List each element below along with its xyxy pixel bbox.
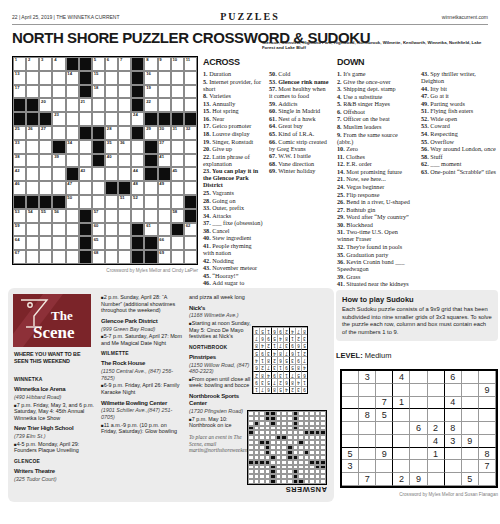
crossword-cell[interactable] <box>184 71 197 85</box>
crossword-cell[interactable] <box>184 140 197 154</box>
crossword-cell[interactable]: 7 <box>118 57 131 71</box>
crossword-cell[interactable] <box>92 195 105 209</box>
crossword-cell[interactable] <box>158 223 171 237</box>
crossword-cell[interactable] <box>39 85 52 99</box>
crossword-cell[interactable]: 31 <box>171 126 184 140</box>
crossword-cell[interactable]: 43 <box>79 167 92 181</box>
sudoku-cell[interactable] <box>428 397 445 410</box>
crossword-cell <box>298 416 304 421</box>
crossword-cell[interactable] <box>118 98 131 112</box>
crossword-cell[interactable] <box>131 140 144 154</box>
crossword-cell[interactable] <box>92 98 105 112</box>
crossword-cell[interactable] <box>105 98 118 112</box>
crossword-cell[interactable] <box>66 126 79 140</box>
sudoku-cell[interactable] <box>462 422 479 435</box>
sudoku-cell: 8 <box>295 364 301 371</box>
crossword-cell[interactable]: 4 <box>52 57 65 71</box>
crossword-cell[interactable] <box>52 98 65 112</box>
crossword-cell[interactable] <box>158 209 171 223</box>
crossword-cell[interactable]: 39 <box>52 154 65 168</box>
crossword-cell[interactable] <box>92 167 105 181</box>
crossword-cell[interactable] <box>26 71 39 85</box>
crossword-cell <box>270 450 276 455</box>
crossword-cell[interactable]: 66 <box>158 236 171 250</box>
crossword-cell[interactable] <box>131 209 144 223</box>
crossword-cell[interactable] <box>131 154 144 168</box>
crossword-cell[interactable] <box>184 181 197 195</box>
crossword-cell[interactable] <box>79 154 92 168</box>
crossword-cell[interactable] <box>26 85 39 99</box>
sudoku-cell[interactable]: 2 <box>393 473 410 486</box>
crossword-cell[interactable]: 57 <box>92 209 105 223</box>
crossword-cell[interactable]: 40 <box>105 154 118 168</box>
crossword-cell[interactable]: 38 <box>13 154 26 168</box>
crossword-cell[interactable]: 59 <box>13 223 26 237</box>
crossword-cell <box>281 460 287 465</box>
crossword-cell[interactable]: 54 <box>26 209 39 223</box>
sudoku-cell[interactable] <box>410 460 427 473</box>
crossword-cell[interactable] <box>171 154 184 168</box>
scene-event: 7 p.m. May 10: Northbrook on ice <box>189 416 255 429</box>
crossword-cell[interactable]: 24 <box>131 112 144 126</box>
sudoku-cell[interactable] <box>376 384 393 397</box>
crossword-cell[interactable]: 3 <box>39 57 52 71</box>
crossword-cell[interactable]: 41 <box>158 154 171 168</box>
crossword-cell <box>320 411 326 416</box>
sudoku-cell[interactable]: 7 <box>376 397 393 410</box>
crossword-cell[interactable] <box>171 195 184 209</box>
crossword-cell[interactable] <box>118 71 131 85</box>
crossword-cell[interactable] <box>26 181 39 195</box>
crossword-cell[interactable] <box>26 236 39 250</box>
crossword-cell[interactable] <box>171 236 184 250</box>
crossword-cell[interactable] <box>171 98 184 112</box>
crossword-cell[interactable] <box>52 181 65 195</box>
crossword-cell[interactable] <box>184 98 197 112</box>
crossword-cell[interactable]: 16 <box>144 71 157 85</box>
crossword-cell[interactable] <box>171 250 184 264</box>
crossword-cell <box>315 435 321 440</box>
sudoku-cell[interactable] <box>359 435 376 448</box>
clue-item: 1. It's game <box>337 70 413 77</box>
crossword-cell[interactable] <box>118 112 131 126</box>
crossword-cell[interactable] <box>105 85 118 99</box>
crossword-block <box>276 435 282 440</box>
sudoku-cell[interactable] <box>410 435 427 448</box>
sudoku-cell[interactable]: 7 <box>359 473 376 486</box>
clue-number: 3 <box>41 58 43 62</box>
crossword-cell[interactable]: 46 <box>13 181 26 195</box>
sudoku-cell[interactable]: 3 <box>342 460 359 473</box>
crossword-block <box>281 435 287 440</box>
scene-venue: Nick's <box>189 305 255 312</box>
crossword-cell[interactable]: 60 <box>92 223 105 237</box>
clue-item: 50. Cold <box>269 70 329 77</box>
crossword-cell[interactable] <box>92 112 105 126</box>
sudoku-cell[interactable] <box>410 409 427 422</box>
crossword-cell[interactable]: 65 <box>92 236 105 250</box>
sudoku-cell[interactable]: 5 <box>462 473 479 486</box>
sudoku-cell[interactable] <box>445 473 462 486</box>
crossword-cell[interactable] <box>118 236 131 250</box>
crossword-cell[interactable] <box>66 112 79 126</box>
sudoku-cell[interactable]: 9 <box>410 473 427 486</box>
sudoku-cell[interactable] <box>479 409 496 422</box>
crossword-block <box>131 223 144 237</box>
sudoku-cell[interactable]: 9 <box>376 448 393 461</box>
crossword-cell[interactable]: 64 <box>13 236 26 250</box>
sudoku-cell[interactable]: 4 <box>428 435 445 448</box>
sudoku-cell[interactable] <box>428 473 445 486</box>
crossword-cell[interactable]: 5 <box>92 57 105 71</box>
crossword-cell[interactable]: 68 <box>92 250 105 264</box>
crossword-cell <box>320 474 326 479</box>
crossword-cell <box>265 469 271 474</box>
crossword-cell <box>248 479 254 484</box>
crossword-cell[interactable] <box>171 71 184 85</box>
crossword-cell[interactable] <box>79 112 92 126</box>
crossword-cell[interactable] <box>105 112 118 126</box>
sudoku-cell[interactable]: 8 <box>479 448 496 461</box>
sudoku-cell[interactable]: 6 <box>410 422 427 435</box>
crossword-cell[interactable] <box>39 223 52 237</box>
sudoku-cell[interactable]: 3 <box>445 435 462 448</box>
sudoku-cell[interactable] <box>428 460 445 473</box>
crossword-cell <box>281 469 287 474</box>
sudoku-cell[interactable] <box>359 460 376 473</box>
clue-number: 52 <box>133 196 138 200</box>
crossword-cell[interactable] <box>26 167 39 181</box>
crossword-cell[interactable]: 23 <box>52 112 65 126</box>
sudoku-cell[interactable] <box>342 409 359 422</box>
scene-venue: The Rock House <box>101 360 183 367</box>
crossword-cell[interactable] <box>105 209 118 223</box>
sudoku-cell[interactable] <box>445 448 462 461</box>
sudoku-cell: 8 <box>301 327 307 334</box>
crossword-cell[interactable] <box>118 126 131 140</box>
sudoku-cell[interactable]: 4 <box>393 371 410 384</box>
crossword-cell[interactable]: 58 <box>171 209 184 223</box>
crossword-cell[interactable]: 13 <box>13 71 26 85</box>
sudoku-cell[interactable]: 8 <box>445 422 462 435</box>
crossword-cell[interactable] <box>66 85 79 99</box>
crossword-cell[interactable] <box>105 71 118 85</box>
crossword-cell[interactable] <box>79 195 92 209</box>
sudoku-cell[interactable]: 8 <box>359 409 376 422</box>
crossword-cell[interactable] <box>66 154 79 168</box>
sudoku-cell[interactable] <box>393 448 410 461</box>
crossword-cell[interactable] <box>26 154 39 168</box>
crossword-cell[interactable] <box>39 71 52 85</box>
clue-item: 53. Glencoe rink name <box>269 78 329 85</box>
crossword-cell[interactable]: 9 <box>158 57 171 71</box>
crossword-cell[interactable] <box>158 195 171 209</box>
sudoku-cell[interactable] <box>359 448 376 461</box>
sudoku-cell[interactable] <box>445 409 462 422</box>
crossword-cell[interactable] <box>184 154 197 168</box>
crossword-cell[interactable] <box>79 140 92 154</box>
crossword-cell[interactable]: 14 <box>66 71 79 85</box>
sudoku-cell[interactable] <box>393 460 410 473</box>
crossword-block <box>309 460 315 465</box>
crossword-cell[interactable] <box>118 85 131 99</box>
sudoku-cell[interactable] <box>462 397 479 410</box>
crossword-cell[interactable]: 29 <box>144 126 157 140</box>
crossword-cell <box>320 440 326 445</box>
crossword-cell[interactable]: 33 <box>13 140 26 154</box>
crossword-cell[interactable]: 35 <box>105 140 118 154</box>
title-main: NORTH SHORE PUZZLER CROSSWORD <box>12 29 290 46</box>
sudoku-cell[interactable] <box>479 397 496 410</box>
sudoku-cell[interactable] <box>342 435 359 448</box>
crossword-cell[interactable]: 18 <box>92 85 105 99</box>
crossword-cell[interactable] <box>92 181 105 195</box>
crossword-cell[interactable] <box>144 209 157 223</box>
crossword-cell[interactable]: 69 <box>158 250 171 264</box>
crossword-cell[interactable]: 32 <box>184 126 197 140</box>
sudoku-cell[interactable] <box>410 384 427 397</box>
clue-number: 14 <box>67 72 72 76</box>
crossword-cell[interactable]: 17 <box>13 85 26 99</box>
crossword-cell[interactable]: 6 <box>105 57 118 71</box>
sudoku-cell[interactable] <box>376 473 393 486</box>
sudoku-cell[interactable] <box>393 422 410 435</box>
crossword-cell[interactable] <box>39 250 52 264</box>
clue-item: 27. Bathtub gin <box>337 206 413 213</box>
crossword-cell[interactable] <box>118 209 131 223</box>
crossword-cell[interactable] <box>39 140 52 154</box>
sudoku-cell[interactable] <box>342 422 359 435</box>
crossword-cell[interactable] <box>105 236 118 250</box>
crossword-cell[interactable]: 26 <box>26 126 39 140</box>
crossword-cell[interactable]: 48 <box>131 181 144 195</box>
sudoku-cell[interactable] <box>462 460 479 473</box>
scene-event: 5-7 p.m. Saturday, April 27: Mom and Me … <box>101 333 183 346</box>
crossword-cell[interactable]: 49 <box>158 181 171 195</box>
sudoku-cell[interactable] <box>410 371 427 384</box>
crossword-cell[interactable] <box>79 181 92 195</box>
crossword-cell[interactable] <box>118 154 131 168</box>
crossword-cell[interactable]: 50 <box>66 195 79 209</box>
sudoku-cell[interactable] <box>428 409 445 422</box>
crossword-cell <box>254 440 260 445</box>
sudoku-cell[interactable] <box>359 397 376 410</box>
crossword-cell[interactable]: 1 <box>13 57 26 71</box>
clue-item: 65. Kind of I.R.A. <box>269 130 329 137</box>
crossword-cell[interactable]: 30 <box>158 126 171 140</box>
crossword-cell[interactable] <box>66 209 79 223</box>
crossword-cell[interactable]: 15 <box>92 71 105 85</box>
crossword-cell[interactable]: 34 <box>66 140 79 154</box>
crossword-cell[interactable]: 19 <box>144 85 157 99</box>
clue-item: 19. Singer, Ronstadt <box>203 138 263 145</box>
crossword-cell[interactable] <box>52 236 65 250</box>
crossword-cell[interactable] <box>171 140 184 154</box>
sudoku-cell[interactable] <box>393 409 410 422</box>
crossword-cell[interactable] <box>118 250 131 264</box>
crossword-cell[interactable] <box>39 154 52 168</box>
crossword-grid[interactable]: 1234567891011131415161718192021222324252… <box>12 56 198 265</box>
sudoku-cell[interactable] <box>479 473 496 486</box>
crossword-cell[interactable] <box>26 140 39 154</box>
crossword-cell[interactable] <box>171 181 184 195</box>
crossword-cell[interactable] <box>52 85 65 99</box>
crossword-cell[interactable]: 8 <box>144 57 157 71</box>
crossword-cell <box>281 440 287 445</box>
crossword-cell[interactable]: 52 <box>131 195 144 209</box>
crossword-cell[interactable]: 27 <box>39 126 52 140</box>
crossword-cell[interactable] <box>66 250 79 264</box>
crossword-cell[interactable] <box>184 85 197 99</box>
sudoku-cell[interactable] <box>393 384 410 397</box>
sudoku-cell[interactable] <box>359 422 376 435</box>
crossword-cell[interactable]: 37 <box>158 140 171 154</box>
sudoku-cell[interactable] <box>462 409 479 422</box>
sudoku-cell[interactable] <box>342 473 359 486</box>
crossword-cell[interactable]: 25 <box>13 126 26 140</box>
crossword-cell[interactable] <box>39 181 52 195</box>
crossword-cell[interactable] <box>144 195 157 209</box>
sudoku-cell[interactable] <box>410 448 427 461</box>
crossword-cell[interactable] <box>26 250 39 264</box>
sudoku-cell[interactable]: 2 <box>428 422 445 435</box>
sudoku-cell[interactable] <box>393 435 410 448</box>
scene-column-2: 2 p.m. Sunday, April 28: “A Number” (add… <box>101 294 183 437</box>
crossword-cell[interactable]: 21 <box>79 98 92 112</box>
sudoku-cell[interactable] <box>479 422 496 435</box>
crossword-cell[interactable]: 28 <box>105 126 118 140</box>
sudoku-cell[interactable]: 1 <box>393 397 410 410</box>
crossword-cell <box>298 455 304 460</box>
crossword-cell[interactable] <box>184 250 197 264</box>
sudoku-cell[interactable]: 9 <box>462 435 479 448</box>
sudoku-cell[interactable] <box>428 371 445 384</box>
sudoku-cell[interactable]: 5 <box>342 448 359 461</box>
crossword-cell[interactable] <box>171 85 184 99</box>
crossword-cell[interactable] <box>52 250 65 264</box>
sudoku-cell[interactable] <box>376 435 393 448</box>
crossword-cell[interactable]: 56 <box>52 209 65 223</box>
sudoku-grid[interactable]: 3469714856284395918377295 <box>340 369 498 488</box>
crossword-cell[interactable]: 10 <box>171 57 184 71</box>
crossword-cell[interactable]: 20 <box>39 98 52 112</box>
crossword-cell <box>281 411 287 416</box>
sudoku-cell[interactable] <box>479 435 496 448</box>
sudoku-cell[interactable] <box>445 460 462 473</box>
crossword-cell[interactable]: 55 <box>39 209 52 223</box>
sudoku-cell[interactable]: 4 <box>445 397 462 410</box>
crossword-cell[interactable] <box>144 181 157 195</box>
sudoku-cell[interactable] <box>342 371 359 384</box>
site-url[interactable]: winnetkacurrent.com <box>442 14 488 20</box>
crossword-cell[interactable] <box>52 126 65 140</box>
crossword-cell <box>259 416 265 421</box>
sudoku-cell[interactable] <box>462 371 479 384</box>
crossword-block <box>293 455 299 460</box>
clue-number: 10 <box>173 58 178 62</box>
crossword-cell[interactable] <box>105 195 118 209</box>
crossword-cell[interactable]: 22 <box>144 98 157 112</box>
crossword-cell[interactable] <box>52 167 65 181</box>
sudoku-cell[interactable] <box>376 460 393 473</box>
crossword-cell[interactable] <box>105 167 118 181</box>
crossword-cell[interactable]: 67 <box>13 250 26 264</box>
crossword-cell[interactable]: 42 <box>13 167 26 181</box>
crossword-cell[interactable]: 51 <box>118 195 131 209</box>
crossword-cell <box>309 469 315 474</box>
crossword-cell <box>298 435 304 440</box>
sudoku-cell[interactable] <box>462 384 479 397</box>
crossword-cell <box>270 430 276 435</box>
crossword-cell[interactable]: 11 <box>184 57 197 71</box>
sudoku-cell[interactable] <box>428 384 445 397</box>
clue-item: 24. Vegas beginner <box>337 183 413 190</box>
crossword-cell[interactable] <box>105 223 118 237</box>
sudoku-cell[interactable]: 7 <box>479 460 496 473</box>
sudoku-cell[interactable] <box>479 371 496 384</box>
crossword-cell <box>320 416 326 421</box>
crossword-cell[interactable] <box>184 236 197 250</box>
sudoku-cell[interactable] <box>342 397 359 410</box>
crossword-cell[interactable] <box>39 236 52 250</box>
sudoku-cell[interactable] <box>359 384 376 397</box>
sudoku-cell[interactable] <box>342 384 359 397</box>
crossword-cell[interactable]: 61 <box>144 223 157 237</box>
crossword-cell[interactable] <box>105 250 118 264</box>
crossword-cell <box>287 479 293 484</box>
sudoku-cell[interactable] <box>445 384 462 397</box>
crossword-cell[interactable]: 45 <box>171 167 184 181</box>
sudoku-cell[interactable] <box>376 371 393 384</box>
crossword-cell[interactable] <box>66 236 79 250</box>
crossword-cell[interactable] <box>118 167 131 181</box>
crossword-block <box>248 426 254 431</box>
crossword-cell[interactable]: 44 <box>131 167 144 181</box>
crossword-cell <box>298 465 304 470</box>
clue-item: 23. You can play it in the Glencoe Park … <box>203 167 263 188</box>
crossword-cell[interactable]: 47 <box>66 181 79 195</box>
crossword-cell[interactable] <box>118 223 131 237</box>
crossword-cell <box>281 465 287 470</box>
sudoku-cell[interactable]: 5 <box>376 409 393 422</box>
crossword-cell[interactable]: 53 <box>13 209 26 223</box>
crossword-cell[interactable]: 62 <box>184 223 197 237</box>
sudoku-cell[interactable] <box>376 422 393 435</box>
crossword-cell[interactable]: 2 <box>26 57 39 71</box>
crossword-cell[interactable] <box>158 85 171 99</box>
crossword-cell[interactable] <box>66 98 79 112</box>
crossword-cell <box>304 474 310 479</box>
crossword-cell[interactable] <box>158 98 171 112</box>
crossword-cell[interactable] <box>66 223 79 237</box>
sudoku-cell: 6 <box>265 386 271 393</box>
crossword-cell[interactable] <box>52 71 65 85</box>
sudoku-cell[interactable] <box>462 448 479 461</box>
crossword-cell[interactable] <box>52 223 65 237</box>
sudoku-cell: 5 <box>265 378 271 385</box>
crossword-cell[interactable]: 36 <box>118 140 131 154</box>
sudoku-cell[interactable]: 9 <box>479 384 496 397</box>
crossword-cell <box>315 474 321 479</box>
sudoku-cell[interactable]: 6 <box>445 371 462 384</box>
sudoku-cell[interactable] <box>410 397 427 410</box>
sudoku-cell[interactable]: 1 <box>428 448 445 461</box>
crossword-cell[interactable] <box>26 223 39 237</box>
sudoku-cell[interactable]: 3 <box>359 371 376 384</box>
crossword-cell[interactable] <box>184 167 197 181</box>
crossword-cell[interactable] <box>39 167 52 181</box>
crossword-cell[interactable] <box>158 71 171 85</box>
